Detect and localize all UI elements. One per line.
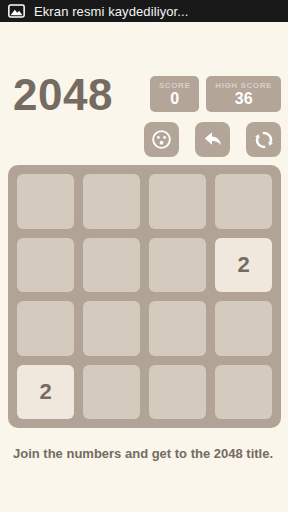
high-score-value: 36 — [215, 90, 272, 108]
score-box: SCORE 0 — [150, 76, 199, 112]
board-cell — [17, 238, 74, 293]
tile-2: 2 — [215, 238, 272, 293]
tile-2: 2 — [17, 365, 74, 420]
board-cell — [149, 238, 206, 293]
board-cell — [83, 301, 140, 356]
restart-button[interactable] — [246, 122, 281, 157]
smiley-button[interactable] — [144, 122, 179, 157]
board-grid[interactable]: 22 — [8, 165, 281, 428]
board-cell — [17, 301, 74, 356]
high-score-box: HIGH SCORE 36 — [206, 76, 281, 112]
notification-text: Ekran resmi kaydediliyor... — [34, 4, 188, 19]
board-cell — [149, 365, 206, 420]
page-title: 2048 — [13, 70, 113, 120]
board-cell — [215, 174, 272, 229]
board-cell — [83, 365, 140, 420]
score-value: 0 — [159, 90, 190, 108]
screenshot-image-icon — [8, 4, 25, 18]
undo-arrow-icon — [201, 128, 224, 151]
score-panel: SCORE 0 HIGH SCORE 36 — [150, 76, 281, 112]
undo-button[interactable] — [195, 122, 230, 157]
instruction-text: Join the numbers and get to the 2048 tit… — [13, 446, 275, 462]
board-cell — [149, 174, 206, 229]
app-screen: Ekran resmi kaydediliyor... 2048 SCORE 0… — [0, 0, 288, 512]
board-cell — [83, 174, 140, 229]
status-bar-notification[interactable]: Ekran resmi kaydediliyor... — [0, 0, 288, 22]
board-cell — [17, 174, 74, 229]
smiley-face-icon — [149, 127, 174, 152]
board-cell — [215, 301, 272, 356]
score-label: SCORE — [159, 81, 190, 90]
restart-icon — [252, 128, 276, 152]
board-cell — [149, 301, 206, 356]
board-cell — [83, 238, 140, 293]
board-cell — [215, 365, 272, 420]
toolbar — [144, 122, 281, 157]
high-score-label: HIGH SCORE — [215, 81, 272, 90]
